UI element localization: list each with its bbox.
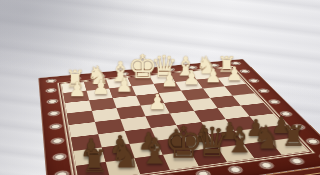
- black-rook: ♜: [80, 146, 108, 175]
- white-pawn: ♟: [115, 75, 133, 95]
- photo-scene: ♜♞♝♚♛♝♞♜♟♟♟♟♟♟♟♟♟♟♟♟♟♟♟♟♜♞♝♚♛♝♞♜: [0, 0, 320, 175]
- white-pawn: ♟: [183, 69, 200, 88]
- white-pawn: ♟: [92, 78, 110, 98]
- white-pawn: ♟: [226, 65, 243, 84]
- white-pawn: ♟: [160, 71, 177, 90]
- square: ♜: [76, 162, 110, 175]
- white-pawn: ♟: [147, 92, 166, 113]
- black-knight: ♞: [109, 139, 140, 173]
- black-knight: ♞: [252, 122, 281, 154]
- black-rook: ♜: [280, 122, 305, 150]
- square: [65, 100, 92, 113]
- white-pawn: ♟: [204, 67, 221, 86]
- square: [67, 111, 95, 125]
- black-bishop: ♝: [138, 133, 170, 169]
- white-pawn: ♟: [68, 80, 86, 100]
- square: [92, 108, 121, 122]
- square: ♞: [106, 158, 141, 175]
